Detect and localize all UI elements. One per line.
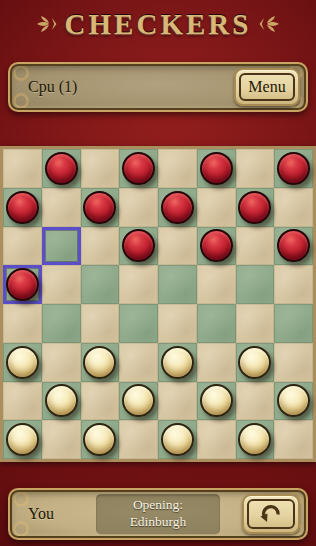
opening-label: Opening: [106,497,210,514]
square-g8 [236,149,275,188]
square-h8[interactable] [274,149,313,188]
square-d7 [119,188,158,227]
fleur-de-lis-icon [256,14,280,34]
square-f3 [197,343,236,382]
opening-info: Opening: Edinburgh [96,494,220,534]
square-f7 [197,188,236,227]
square-b5 [42,265,81,304]
square-e6 [158,227,197,266]
square-d4[interactable] [119,304,158,343]
square-g7[interactable] [236,188,275,227]
white-checker-piece[interactable] [45,384,78,417]
white-checker-piece[interactable] [277,384,310,417]
red-checker-piece[interactable] [161,191,194,224]
red-checker-piece[interactable] [6,268,39,301]
fleur-de-lis-icon [36,14,60,34]
white-checker-piece[interactable] [6,346,39,379]
square-a4 [3,304,42,343]
square-f2[interactable] [197,382,236,421]
square-d1 [119,420,158,459]
square-b8[interactable] [42,149,81,188]
red-checker-piece[interactable] [122,152,155,185]
square-c7[interactable] [81,188,120,227]
red-checker-piece[interactable] [200,229,233,262]
square-a7[interactable] [3,188,42,227]
square-a6 [3,227,42,266]
undo-icon [247,499,295,529]
square-c1[interactable] [81,420,120,459]
square-h3 [274,343,313,382]
opponent-name-label: Cpu (1) [28,78,77,96]
square-g4 [236,304,275,343]
square-d2[interactable] [119,382,158,421]
square-e2 [158,382,197,421]
red-checker-piece[interactable] [6,191,39,224]
square-b3 [42,343,81,382]
square-e3[interactable] [158,343,197,382]
opponent-bar: Cpu (1) Menu [8,62,308,112]
square-h2[interactable] [274,382,313,421]
square-f6[interactable] [197,227,236,266]
square-c6 [81,227,120,266]
square-h1 [274,420,313,459]
player-name-label: You [28,505,54,523]
square-f4[interactable] [197,304,236,343]
white-checker-piece[interactable] [238,423,271,456]
square-h5 [274,265,313,304]
square-b1 [42,420,81,459]
square-e4 [158,304,197,343]
square-a1[interactable] [3,420,42,459]
square-g2 [236,382,275,421]
square-b2[interactable] [42,382,81,421]
square-d3 [119,343,158,382]
square-c4 [81,304,120,343]
square-g6 [236,227,275,266]
red-checker-piece[interactable] [45,152,78,185]
red-checker-piece[interactable] [122,229,155,262]
square-f1 [197,420,236,459]
square-g3[interactable] [236,343,275,382]
square-e7[interactable] [158,188,197,227]
menu-button-label: Menu [239,73,295,101]
white-checker-piece[interactable] [161,423,194,456]
square-c2 [81,382,120,421]
square-b4[interactable] [42,304,81,343]
square-e5[interactable] [158,265,197,304]
white-checker-piece[interactable] [83,423,116,456]
square-d8[interactable] [119,149,158,188]
square-f8[interactable] [197,149,236,188]
player-bar: You Opening: Edinburgh [8,488,308,540]
square-h7 [274,188,313,227]
square-a5[interactable] [3,265,42,304]
red-checker-piece[interactable] [238,191,271,224]
app-title: CHECKERS [65,8,252,41]
square-b6[interactable] [42,227,81,266]
square-a8 [3,149,42,188]
red-checker-piece[interactable] [200,152,233,185]
checkers-app: CHECKERS Cpu (1) Menu You Opening: Edinb… [0,0,316,546]
square-e8 [158,149,197,188]
square-d6[interactable] [119,227,158,266]
square-g1[interactable] [236,420,275,459]
menu-button[interactable]: Menu [234,68,300,106]
white-checker-piece[interactable] [83,346,116,379]
square-h6[interactable] [274,227,313,266]
undo-button[interactable] [242,494,300,534]
square-f5 [197,265,236,304]
red-checker-piece[interactable] [83,191,116,224]
square-g5[interactable] [236,265,275,304]
red-checker-piece[interactable] [277,229,310,262]
white-checker-piece[interactable] [238,346,271,379]
red-checker-piece[interactable] [277,152,310,185]
title-bar: CHECKERS [0,2,316,46]
square-h4[interactable] [274,304,313,343]
square-a2 [3,382,42,421]
opening-name: Edinburgh [106,514,210,531]
square-c3[interactable] [81,343,120,382]
white-checker-piece[interactable] [200,384,233,417]
square-b7 [42,188,81,227]
white-checker-piece[interactable] [161,346,194,379]
board [0,146,316,462]
white-checker-piece[interactable] [6,423,39,456]
square-c8 [81,149,120,188]
white-checker-piece[interactable] [122,384,155,417]
square-d5 [119,265,158,304]
square-e1[interactable] [158,420,197,459]
square-c5[interactable] [81,265,120,304]
square-a3[interactable] [3,343,42,382]
